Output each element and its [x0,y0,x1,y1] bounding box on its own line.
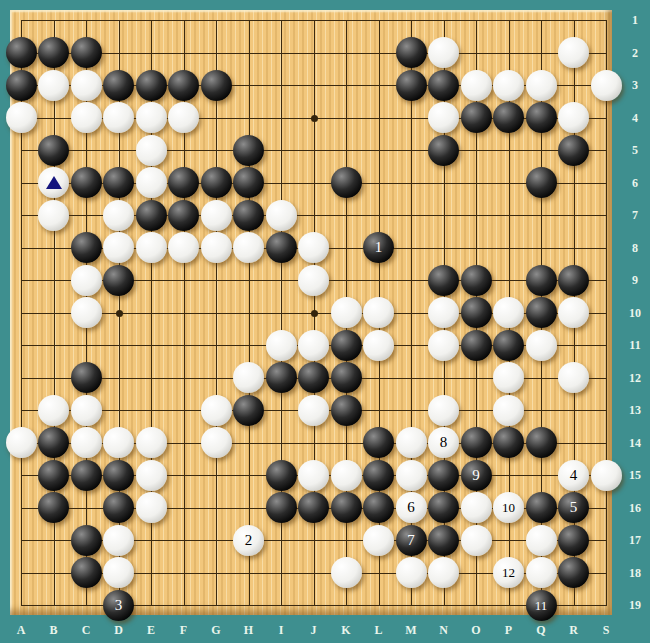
stone-black-B15[interactable] [38,460,69,491]
stone-black-Q16[interactable] [526,492,557,523]
stone-black-L15[interactable] [363,460,394,491]
stone-black-I16[interactable] [266,492,297,523]
stone-white-F8[interactable] [168,232,199,263]
stone-black-E3[interactable] [136,70,167,101]
stone-black-C6[interactable] [71,167,102,198]
stone-white-C13[interactable] [71,395,102,426]
triangle-mark [46,176,62,189]
go-board[interactable]: 189461052712311 [10,10,612,615]
stone-black-C17[interactable] [71,525,102,556]
stone-black-R17[interactable] [558,525,589,556]
stone-white-Q18[interactable] [526,557,557,588]
stone-black-O14[interactable] [461,427,492,458]
row-label-5: 5 [620,142,650,158]
stone-white-J15[interactable] [298,460,329,491]
row-label-15: 15 [620,467,650,483]
move-number: 12 [502,566,515,579]
col-label-F: F [173,622,195,638]
col-label-H: H [238,622,260,638]
stone-black-B2[interactable] [38,37,69,68]
stone-white-I11[interactable] [266,330,297,361]
stone-black-L14[interactable] [363,427,394,458]
col-label-O: O [465,622,487,638]
row-label-13: 13 [620,402,650,418]
star-point [311,115,318,122]
stone-white-D8[interactable] [103,232,134,263]
stone-white-N18[interactable] [428,557,459,588]
stone-white-R12[interactable] [558,362,589,393]
stone-white-K15[interactable] [331,460,362,491]
stone-white-N14[interactable]: 8 [428,427,459,458]
stone-black-I12[interactable] [266,362,297,393]
move-number: 1 [375,240,383,255]
stone-white-J9[interactable] [298,265,329,296]
stone-white-E14[interactable] [136,427,167,458]
stone-white-C10[interactable] [71,297,102,328]
stone-black-G6[interactable] [201,167,232,198]
stone-white-R4[interactable] [558,102,589,133]
stone-white-C9[interactable] [71,265,102,296]
stone-white-B13[interactable] [38,395,69,426]
col-label-D: D [108,622,130,638]
stone-white-R15[interactable]: 4 [558,460,589,491]
stone-white-M14[interactable] [396,427,427,458]
stone-black-Q4[interactable] [526,102,557,133]
stone-white-N4[interactable] [428,102,459,133]
stone-white-P16[interactable]: 10 [493,492,524,523]
move-number: 6 [407,500,415,515]
stone-white-P10[interactable] [493,297,524,328]
move-number: 10 [502,501,515,514]
stone-black-J16[interactable] [298,492,329,523]
stone-white-F4[interactable] [168,102,199,133]
stone-black-Q19[interactable]: 11 [526,590,557,621]
row-label-10: 10 [620,305,650,321]
row-label-17: 17 [620,532,650,548]
stone-black-L8[interactable]: 1 [363,232,394,263]
stone-black-H13[interactable] [233,395,264,426]
stone-white-L17[interactable] [363,525,394,556]
stone-white-D7[interactable] [103,200,134,231]
stone-white-R10[interactable] [558,297,589,328]
col-label-L: L [368,622,390,638]
stone-white-H17[interactable]: 2 [233,525,264,556]
stone-white-M18[interactable] [396,557,427,588]
stone-black-N3[interactable] [428,70,459,101]
move-number: 8 [440,435,448,450]
stone-black-F3[interactable] [168,70,199,101]
stone-black-D15[interactable] [103,460,134,491]
stone-white-K10[interactable] [331,297,362,328]
stone-black-F6[interactable] [168,167,199,198]
row-label-12: 12 [620,370,650,386]
stone-white-O3[interactable] [461,70,492,101]
stone-white-S15[interactable] [591,460,622,491]
stone-black-H6[interactable] [233,167,264,198]
row-label-4: 4 [620,110,650,126]
grid-line-vertical [606,20,607,606]
stone-white-B6[interactable] [38,167,69,198]
stone-black-O9[interactable] [461,265,492,296]
row-label-11: 11 [620,337,650,353]
col-label-M: M [400,622,422,638]
row-label-1: 1 [620,12,650,28]
col-label-N: N [433,622,455,638]
stone-white-L10[interactable] [363,297,394,328]
move-number: 5 [570,500,578,515]
stone-white-N11[interactable] [428,330,459,361]
move-number: 3 [115,598,123,613]
move-number: 11 [535,599,548,612]
stone-black-E7[interactable] [136,200,167,231]
star-point [116,310,123,317]
stone-black-M2[interactable] [396,37,427,68]
stone-white-I7[interactable] [266,200,297,231]
star-point [311,310,318,317]
stone-black-H7[interactable] [233,200,264,231]
row-label-14: 14 [620,435,650,451]
stone-white-B3[interactable] [38,70,69,101]
stone-black-C15[interactable] [71,460,102,491]
stone-black-Q9[interactable] [526,265,557,296]
stone-black-N17[interactable] [428,525,459,556]
col-label-J: J [303,622,325,638]
stone-black-B5[interactable] [38,135,69,166]
stone-black-K6[interactable] [331,167,362,198]
stone-black-K13[interactable] [331,395,362,426]
stone-black-M3[interactable] [396,70,427,101]
stone-black-A2[interactable] [6,37,37,68]
stone-black-P14[interactable] [493,427,524,458]
stone-black-M17[interactable]: 7 [396,525,427,556]
col-label-Q: Q [530,622,552,638]
stone-white-M15[interactable] [396,460,427,491]
stone-white-C4[interactable] [71,102,102,133]
stone-white-Q17[interactable] [526,525,557,556]
row-label-18: 18 [620,565,650,581]
stone-white-R2[interactable] [558,37,589,68]
stone-white-G8[interactable] [201,232,232,263]
stone-white-N13[interactable] [428,395,459,426]
stone-white-G14[interactable] [201,427,232,458]
stone-white-D17[interactable] [103,525,134,556]
col-label-R: R [563,622,585,638]
stone-white-G7[interactable] [201,200,232,231]
stone-black-R16[interactable]: 5 [558,492,589,523]
stone-white-L11[interactable] [363,330,394,361]
stone-black-O15[interactable]: 9 [461,460,492,491]
col-label-B: B [43,622,65,638]
row-label-16: 16 [620,500,650,516]
stone-black-J12[interactable] [298,362,329,393]
row-label-9: 9 [620,272,650,288]
stone-white-P13[interactable] [493,395,524,426]
stone-black-N9[interactable] [428,265,459,296]
stone-white-N2[interactable] [428,37,459,68]
row-label-19: 19 [620,597,650,613]
stone-white-P12[interactable] [493,362,524,393]
stone-white-E15[interactable] [136,460,167,491]
move-number: 7 [407,533,415,548]
stone-white-H8[interactable] [233,232,264,263]
stone-black-K11[interactable] [331,330,362,361]
stone-black-B16[interactable] [38,492,69,523]
stone-black-O10[interactable] [461,297,492,328]
stone-black-Q6[interactable] [526,167,557,198]
stone-black-H5[interactable] [233,135,264,166]
row-label-7: 7 [620,207,650,223]
stone-black-Q14[interactable] [526,427,557,458]
stone-white-D4[interactable] [103,102,134,133]
row-label-2: 2 [620,45,650,61]
stone-black-O4[interactable] [461,102,492,133]
stone-white-S3[interactable] [591,70,622,101]
stone-black-N15[interactable] [428,460,459,491]
col-label-A: A [10,622,32,638]
col-label-P: P [498,622,520,638]
stone-black-D3[interactable] [103,70,134,101]
stone-black-K12[interactable] [331,362,362,393]
stone-white-J8[interactable] [298,232,329,263]
stone-white-Q11[interactable] [526,330,557,361]
stone-black-N5[interactable] [428,135,459,166]
stone-black-G3[interactable] [201,70,232,101]
row-label-8: 8 [620,240,650,256]
stone-white-O16[interactable] [461,492,492,523]
stone-black-D16[interactable] [103,492,134,523]
stone-black-I8[interactable] [266,232,297,263]
stone-black-I15[interactable] [266,460,297,491]
stone-white-E6[interactable] [136,167,167,198]
go-board-frame: 189461052712311 ABCDEFGHIJKLMNOPQRS 1234… [0,0,650,643]
col-label-K: K [335,622,357,638]
stone-black-Q10[interactable] [526,297,557,328]
stone-black-P4[interactable] [493,102,524,133]
stone-black-N16[interactable] [428,492,459,523]
stone-black-C8[interactable] [71,232,102,263]
stone-white-B7[interactable] [38,200,69,231]
stone-black-R18[interactable] [558,557,589,588]
row-label-3: 3 [620,77,650,93]
move-number: 4 [570,468,578,483]
stone-black-D9[interactable] [103,265,134,296]
stone-white-P18[interactable]: 12 [493,557,524,588]
stone-black-C18[interactable] [71,557,102,588]
stone-white-A4[interactable] [6,102,37,133]
stone-white-Q3[interactable] [526,70,557,101]
stone-black-R9[interactable] [558,265,589,296]
stone-black-P11[interactable] [493,330,524,361]
stone-black-A3[interactable] [6,70,37,101]
stone-black-R5[interactable] [558,135,589,166]
stone-white-N10[interactable] [428,297,459,328]
stone-black-D6[interactable] [103,167,134,198]
stone-white-E8[interactable] [136,232,167,263]
stone-white-D18[interactable] [103,557,134,588]
stone-white-K18[interactable] [331,557,362,588]
stone-black-D19[interactable]: 3 [103,590,134,621]
move-number: 9 [472,468,480,483]
stone-white-O17[interactable] [461,525,492,556]
col-label-E: E [140,622,162,638]
stone-white-C3[interactable] [71,70,102,101]
stone-black-B14[interactable] [38,427,69,458]
stone-black-O11[interactable] [461,330,492,361]
stone-white-E16[interactable] [136,492,167,523]
stone-white-M16[interactable]: 6 [396,492,427,523]
stone-black-L16[interactable] [363,492,394,523]
stone-white-J11[interactable] [298,330,329,361]
stone-white-P3[interactable] [493,70,524,101]
stone-white-J13[interactable] [298,395,329,426]
move-number: 2 [245,533,253,548]
stone-white-G13[interactable] [201,395,232,426]
col-label-I: I [270,622,292,638]
stone-white-A14[interactable] [6,427,37,458]
stone-black-F7[interactable] [168,200,199,231]
col-label-C: C [75,622,97,638]
stone-white-E4[interactable] [136,102,167,133]
row-label-6: 6 [620,175,650,191]
stone-black-K16[interactable] [331,492,362,523]
stone-white-H12[interactable] [233,362,264,393]
stone-black-C12[interactable] [71,362,102,393]
col-label-S: S [595,622,617,638]
stone-white-E5[interactable] [136,135,167,166]
stone-black-C2[interactable] [71,37,102,68]
stone-white-D14[interactable] [103,427,134,458]
stone-white-C14[interactable] [71,427,102,458]
col-label-G: G [205,622,227,638]
